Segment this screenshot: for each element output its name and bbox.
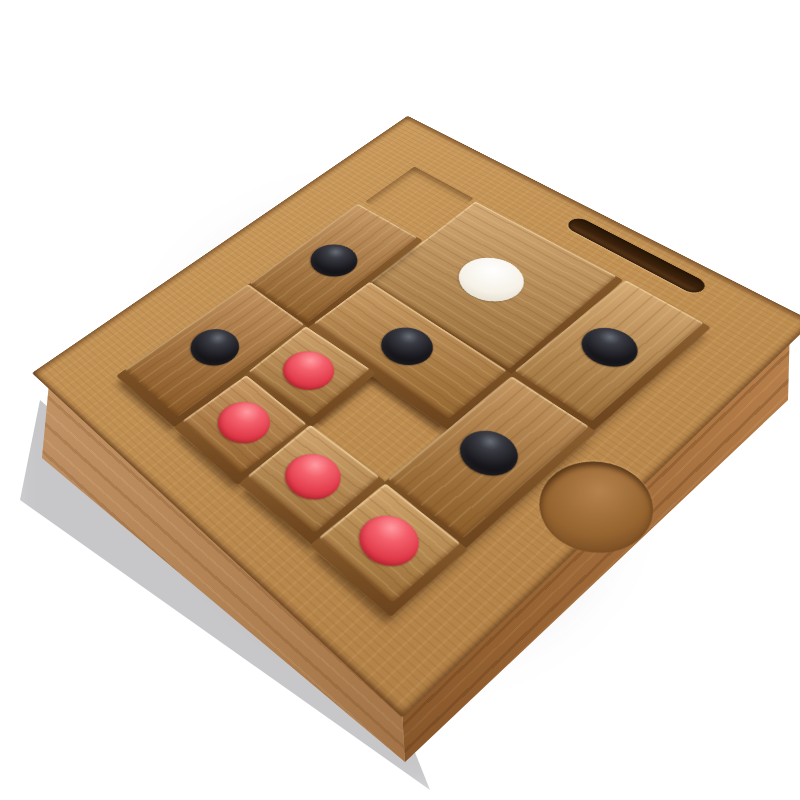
black-dot bbox=[301, 238, 367, 283]
white-dot bbox=[446, 249, 537, 311]
red-dot bbox=[347, 506, 431, 577]
black-dot bbox=[448, 422, 529, 485]
black-dot bbox=[181, 322, 250, 373]
black-dot bbox=[571, 320, 649, 375]
red-dot bbox=[207, 394, 281, 452]
product-photo-stage bbox=[0, 0, 800, 800]
red-dot bbox=[274, 445, 352, 509]
red-dot bbox=[273, 344, 345, 398]
black-dot bbox=[371, 320, 444, 373]
